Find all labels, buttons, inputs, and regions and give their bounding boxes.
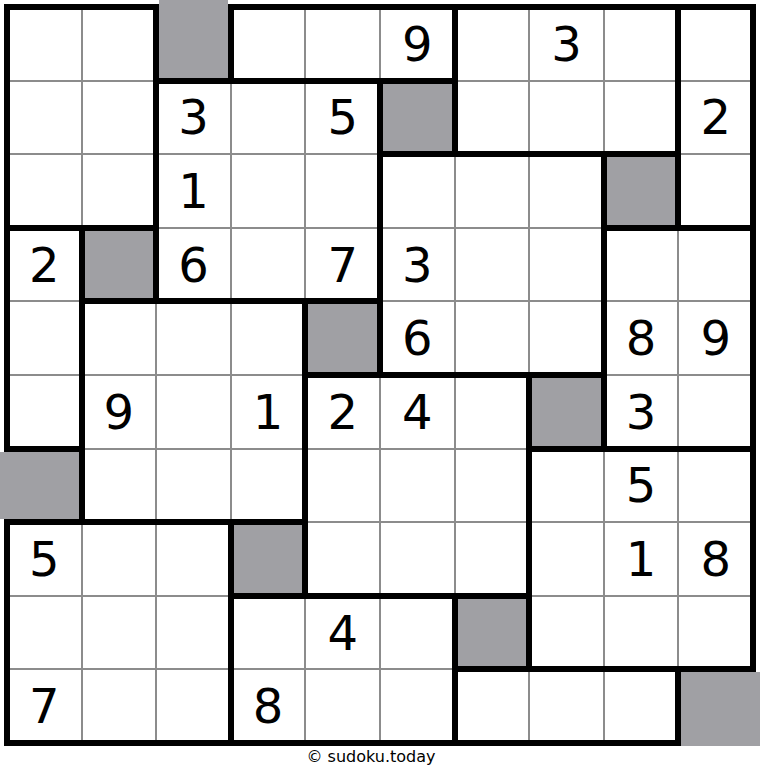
cell-r3c4[interactable] xyxy=(231,154,306,228)
cell-r8c8[interactable] xyxy=(529,522,604,596)
cell-r6c1[interactable] xyxy=(7,375,82,449)
cell-r9c3[interactable] xyxy=(156,596,231,670)
cell-r6c8[interactable] xyxy=(529,375,604,449)
cell-r10c6[interactable] xyxy=(380,669,455,743)
cell-r2c5[interactable]: 5 xyxy=(305,81,380,155)
cell-r10c3[interactable] xyxy=(156,669,231,743)
cell-r7c3[interactable] xyxy=(156,449,231,523)
cell-r9c9[interactable] xyxy=(604,596,679,670)
cell-r9c1[interactable] xyxy=(7,596,82,670)
cell-r1c9[interactable] xyxy=(604,7,679,81)
cell-r5c6[interactable]: 6 xyxy=(380,301,455,375)
cell-r6c4[interactable]: 1 xyxy=(231,375,306,449)
cell-r1c3[interactable] xyxy=(156,7,231,81)
cell-r4c5[interactable]: 7 xyxy=(305,228,380,302)
cell-r1c10[interactable] xyxy=(678,7,753,81)
cell-r1c4[interactable] xyxy=(231,7,306,81)
cell-r4c6[interactable]: 3 xyxy=(380,228,455,302)
cell-r10c1[interactable]: 7 xyxy=(7,669,82,743)
cell-r8c1[interactable]: 5 xyxy=(7,522,82,596)
cell-r3c1[interactable] xyxy=(7,154,82,228)
copyright-caption: © sudoku.today xyxy=(0,747,742,766)
cell-r10c4[interactable]: 8 xyxy=(231,669,306,743)
cell-r7c1[interactable] xyxy=(7,449,82,523)
cell-r3c8[interactable] xyxy=(529,154,604,228)
cell-r5c3[interactable] xyxy=(156,301,231,375)
cell-r1c6[interactable]: 9 xyxy=(380,7,455,81)
cell-r6c6[interactable]: 4 xyxy=(380,375,455,449)
cell-r9c2[interactable] xyxy=(82,596,157,670)
cell-r8c5[interactable] xyxy=(305,522,380,596)
cell-r9c4[interactable] xyxy=(231,596,306,670)
cell-r10c10[interactable] xyxy=(678,669,753,743)
cell-r2c4[interactable] xyxy=(231,81,306,155)
cell-r7c2[interactable] xyxy=(82,449,157,523)
cell-r9c8[interactable] xyxy=(529,596,604,670)
cell-r10c8[interactable] xyxy=(529,669,604,743)
cell-r6c9[interactable]: 3 xyxy=(604,375,679,449)
cell-r1c2[interactable] xyxy=(82,7,157,81)
cell-r7c6[interactable] xyxy=(380,449,455,523)
cell-r8c3[interactable] xyxy=(156,522,231,596)
cell-r2c3[interactable]: 3 xyxy=(156,81,231,155)
cell-r3c6[interactable] xyxy=(380,154,455,228)
cell-r2c6[interactable] xyxy=(380,81,455,155)
sudoku-board: 9335212673689912435518478 xyxy=(0,0,760,746)
cell-r2c10[interactable]: 2 xyxy=(678,81,753,155)
cell-r3c3[interactable]: 1 xyxy=(156,154,231,228)
cell-r4c9[interactable] xyxy=(604,228,679,302)
cell-r9c6[interactable] xyxy=(380,596,455,670)
cell-r8c10[interactable]: 8 xyxy=(678,522,753,596)
cell-r4c10[interactable] xyxy=(678,228,753,302)
cell-r7c10[interactable] xyxy=(678,449,753,523)
cell-r9c5[interactable]: 4 xyxy=(305,596,380,670)
cell-r4c7[interactable] xyxy=(455,228,530,302)
puzzle-page: 9335212673689912435518478 © sudoku.today xyxy=(0,0,760,770)
cell-r9c10[interactable] xyxy=(678,596,753,670)
cell-r2c2[interactable] xyxy=(82,81,157,155)
cell-r5c2[interactable] xyxy=(82,301,157,375)
cell-r5c1[interactable] xyxy=(7,301,82,375)
cell-r5c9[interactable]: 8 xyxy=(604,301,679,375)
cell-r1c8[interactable]: 3 xyxy=(529,7,604,81)
cell-r6c5[interactable]: 2 xyxy=(305,375,380,449)
cell-r4c1[interactable]: 2 xyxy=(7,228,82,302)
cell-r8c7[interactable] xyxy=(455,522,530,596)
cell-r8c4[interactable] xyxy=(231,522,306,596)
cell-r3c9[interactable] xyxy=(604,154,679,228)
cell-r7c8[interactable] xyxy=(529,449,604,523)
cell-r7c7[interactable] xyxy=(455,449,530,523)
cell-r7c9[interactable]: 5 xyxy=(604,449,679,523)
cell-r6c3[interactable] xyxy=(156,375,231,449)
cell-r3c5[interactable] xyxy=(305,154,380,228)
cell-r8c6[interactable] xyxy=(380,522,455,596)
cell-r10c7[interactable] xyxy=(455,669,530,743)
cell-r8c9[interactable]: 1 xyxy=(604,522,679,596)
cell-r4c4[interactable] xyxy=(231,228,306,302)
cell-r3c2[interactable] xyxy=(82,154,157,228)
cell-r8c2[interactable] xyxy=(82,522,157,596)
cell-r3c10[interactable] xyxy=(678,154,753,228)
cell-r10c9[interactable] xyxy=(604,669,679,743)
cell-r1c7[interactable] xyxy=(455,7,530,81)
cell-r10c5[interactable] xyxy=(305,669,380,743)
cell-r6c7[interactable] xyxy=(455,375,530,449)
cell-r1c1[interactable] xyxy=(7,7,82,81)
cell-r5c8[interactable] xyxy=(529,301,604,375)
cell-r6c10[interactable] xyxy=(678,375,753,449)
cell-r5c7[interactable] xyxy=(455,301,530,375)
cell-r7c5[interactable] xyxy=(305,449,380,523)
cell-r10c2[interactable] xyxy=(82,669,157,743)
cell-r1c5[interactable] xyxy=(305,7,380,81)
cell-r2c8[interactable] xyxy=(529,81,604,155)
cell-r5c5[interactable] xyxy=(305,301,380,375)
cell-r4c3[interactable]: 6 xyxy=(156,228,231,302)
cell-r3c7[interactable] xyxy=(455,154,530,228)
cell-r6c2[interactable]: 9 xyxy=(82,375,157,449)
cell-r2c9[interactable] xyxy=(604,81,679,155)
cell-r5c10[interactable]: 9 xyxy=(678,301,753,375)
cell-r4c8[interactable] xyxy=(529,228,604,302)
cell-r5c4[interactable] xyxy=(231,301,306,375)
cell-r9c7[interactable] xyxy=(455,596,530,670)
cell-r7c4[interactable] xyxy=(231,449,306,523)
cell-r2c7[interactable] xyxy=(455,81,530,155)
copyright-caption-text: © sudoku.today xyxy=(307,747,436,766)
cell-r2c1[interactable] xyxy=(7,81,82,155)
cell-r4c2[interactable] xyxy=(82,228,157,302)
